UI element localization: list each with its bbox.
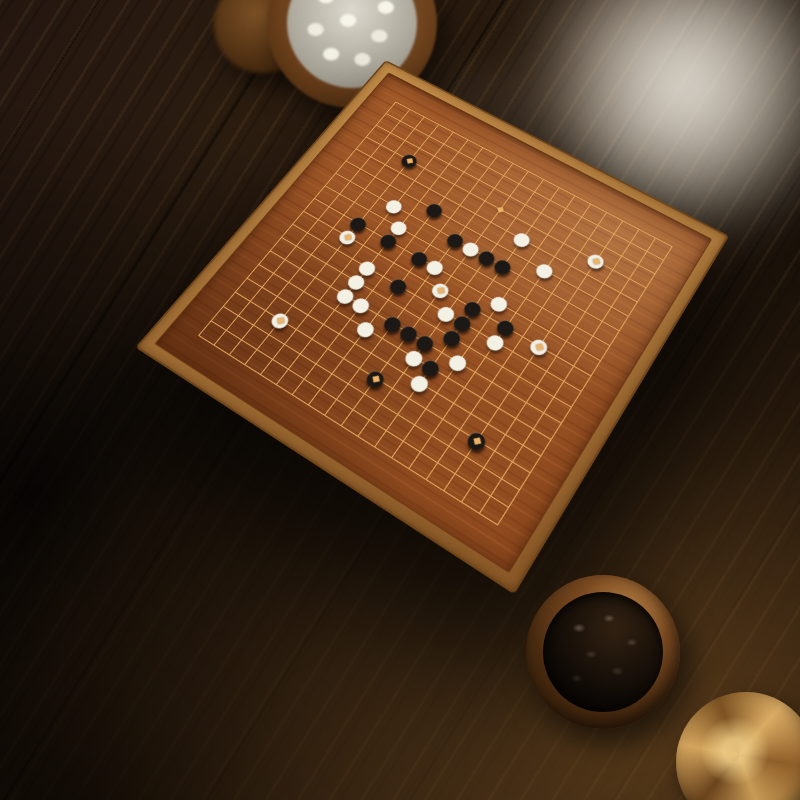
go-photo-scene: ●●●●●●●●●●●●●●●●●●●●●●●●●●●●●●●●●●●●●●●●… [0, 0, 800, 800]
black-stones-in-bowl [543, 592, 663, 712]
black-stone: ● [439, 325, 466, 349]
bowl-lid-corner [676, 692, 800, 800]
star-point [345, 234, 352, 240]
black-stone: ● [422, 199, 447, 220]
white-stone: ● [382, 196, 407, 217]
star-point [593, 258, 600, 264]
white-stone: ● [482, 330, 509, 355]
white-stone: ● [406, 370, 434, 396]
star-point [277, 317, 284, 323]
white-stone: ● [532, 259, 558, 282]
black-stone: ● [386, 274, 412, 297]
star-point [497, 206, 504, 212]
star-point [536, 343, 544, 350]
star-point [473, 437, 481, 444]
white-stone: ● [353, 317, 380, 341]
white-stone: ● [486, 292, 512, 316]
star-point [437, 287, 444, 293]
white-stone: ● [510, 228, 535, 250]
star-point [372, 375, 379, 382]
black-stone-bowl [526, 575, 680, 729]
star-point [407, 158, 414, 163]
black-stone: ● [376, 230, 402, 252]
white-stone: ● [445, 350, 472, 375]
